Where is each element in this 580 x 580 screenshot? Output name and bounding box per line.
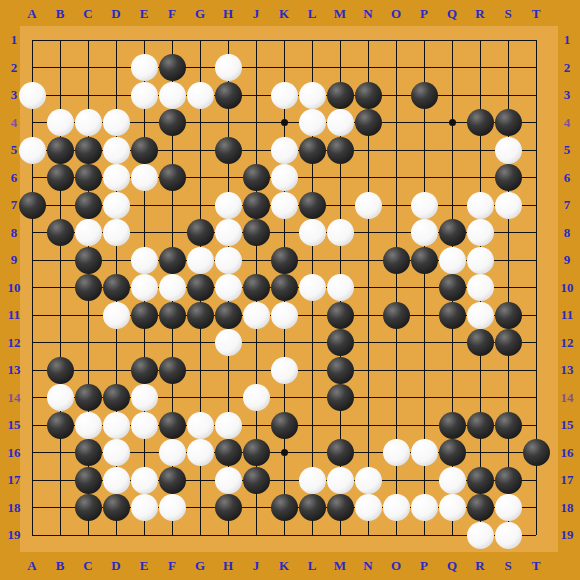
row-label-left-13: 13: [0, 362, 28, 378]
col-label-top-E: E: [130, 6, 158, 22]
stone-white-F3: [159, 82, 186, 109]
stone-white-K5: [271, 137, 298, 164]
row-label-right-14: 14: [553, 390, 580, 406]
stone-white-G16: [187, 439, 214, 466]
stone-white-R9: [467, 247, 494, 274]
col-label-bottom-N: N: [354, 558, 382, 574]
col-label-bottom-H: H: [214, 558, 242, 574]
stone-black-Q16: [439, 439, 466, 466]
stone-black-P3: [411, 82, 438, 109]
stone-black-K9: [271, 247, 298, 274]
stone-white-D6: [103, 164, 130, 191]
stone-white-H12: [215, 329, 242, 356]
row-label-right-18: 18: [553, 500, 580, 516]
stone-black-T16: [523, 439, 550, 466]
stone-black-C17: [75, 467, 102, 494]
stone-black-F11: [159, 302, 186, 329]
stone-black-E5: [131, 137, 158, 164]
stone-black-C16: [75, 439, 102, 466]
stone-black-S4: [495, 109, 522, 136]
stone-black-C14: [75, 384, 102, 411]
stone-black-F15: [159, 412, 186, 439]
col-label-top-F: F: [158, 6, 186, 22]
col-label-top-A: A: [18, 6, 46, 22]
stone-black-D18: [103, 494, 130, 521]
row-label-right-1: 1: [553, 32, 580, 48]
col-label-bottom-R: R: [466, 558, 494, 574]
stone-white-L17: [299, 467, 326, 494]
stone-white-D8: [103, 219, 130, 246]
stone-black-F2: [159, 54, 186, 81]
stone-black-M16: [327, 439, 354, 466]
row-label-left-8: 8: [0, 225, 28, 241]
stone-black-G11: [187, 302, 214, 329]
stone-black-S6: [495, 164, 522, 191]
row-label-right-3: 3: [553, 87, 580, 103]
stone-white-R10: [467, 274, 494, 301]
star-point: [449, 119, 456, 126]
stone-white-H15: [215, 412, 242, 439]
stone-white-B14: [47, 384, 74, 411]
stone-white-C15: [75, 412, 102, 439]
col-label-bottom-L: L: [298, 558, 326, 574]
stone-white-S18: [495, 494, 522, 521]
stone-white-G3: [187, 82, 214, 109]
stone-white-R8: [467, 219, 494, 246]
stone-black-G8: [187, 219, 214, 246]
stone-black-K10: [271, 274, 298, 301]
col-label-bottom-A: A: [18, 558, 46, 574]
stone-white-E18: [131, 494, 158, 521]
stone-white-M4: [327, 109, 354, 136]
stone-black-O9: [383, 247, 410, 274]
col-label-bottom-O: O: [382, 558, 410, 574]
stone-black-J16: [243, 439, 270, 466]
stone-white-Q9: [439, 247, 466, 274]
stone-white-M10: [327, 274, 354, 301]
stone-white-P16: [411, 439, 438, 466]
col-label-top-O: O: [382, 6, 410, 22]
stone-white-E9: [131, 247, 158, 274]
stone-black-S11: [495, 302, 522, 329]
stone-white-E10: [131, 274, 158, 301]
stone-black-M13: [327, 357, 354, 384]
col-label-bottom-J: J: [242, 558, 270, 574]
stone-black-E11: [131, 302, 158, 329]
col-label-top-S: S: [494, 6, 522, 22]
row-label-right-17: 17: [553, 472, 580, 488]
row-label-left-18: 18: [0, 500, 28, 516]
stone-black-R17: [467, 467, 494, 494]
stone-black-Q10: [439, 274, 466, 301]
row-label-right-6: 6: [553, 170, 580, 186]
stone-black-B5: [47, 137, 74, 164]
row-label-right-11: 11: [553, 307, 580, 323]
row-label-left-12: 12: [0, 335, 28, 351]
stone-white-B4: [47, 109, 74, 136]
row-label-right-5: 5: [553, 142, 580, 158]
col-label-top-Q: Q: [438, 6, 466, 22]
stone-white-H8: [215, 219, 242, 246]
col-label-top-H: H: [214, 6, 242, 22]
row-label-left-7: 7: [0, 197, 28, 213]
stone-white-F18: [159, 494, 186, 521]
stone-white-H9: [215, 247, 242, 274]
col-label-top-J: J: [242, 6, 270, 22]
stone-black-F4: [159, 109, 186, 136]
col-label-top-M: M: [326, 6, 354, 22]
stone-white-C4: [75, 109, 102, 136]
stone-black-Q11: [439, 302, 466, 329]
stone-black-F17: [159, 467, 186, 494]
col-label-top-R: R: [466, 6, 494, 22]
row-label-left-2: 2: [0, 60, 28, 76]
stone-white-D15: [103, 412, 130, 439]
grid-line-h: [32, 535, 536, 536]
stone-black-F9: [159, 247, 186, 274]
stone-white-F10: [159, 274, 186, 301]
stone-white-J11: [243, 302, 270, 329]
stone-black-J8: [243, 219, 270, 246]
stone-black-N4: [355, 109, 382, 136]
stone-white-R11: [467, 302, 494, 329]
stone-black-C7: [75, 192, 102, 219]
stone-black-S12: [495, 329, 522, 356]
stone-white-K11: [271, 302, 298, 329]
row-label-right-2: 2: [553, 60, 580, 76]
row-label-right-10: 10: [553, 280, 580, 296]
stone-black-P9: [411, 247, 438, 274]
go-app-window: AABBCCDDEEFFGGHHJJKKLLMMNNOOPPQQRRSSTT11…: [0, 0, 580, 580]
col-label-bottom-F: F: [158, 558, 186, 574]
star-point: [281, 119, 288, 126]
row-label-right-15: 15: [553, 417, 580, 433]
stone-black-J10: [243, 274, 270, 301]
stone-black-M11: [327, 302, 354, 329]
stone-black-H18: [215, 494, 242, 521]
stone-black-B8: [47, 219, 74, 246]
row-label-right-8: 8: [553, 225, 580, 241]
stone-white-H17: [215, 467, 242, 494]
row-label-left-1: 1: [0, 32, 28, 48]
row-label-left-10: 10: [0, 280, 28, 296]
col-label-bottom-D: D: [102, 558, 130, 574]
stone-white-O18: [383, 494, 410, 521]
col-label-bottom-E: E: [130, 558, 158, 574]
col-label-top-P: P: [410, 6, 438, 22]
stone-white-K6: [271, 164, 298, 191]
row-label-right-19: 19: [553, 527, 580, 543]
stone-black-C18: [75, 494, 102, 521]
stone-white-L10: [299, 274, 326, 301]
stone-black-B15: [47, 412, 74, 439]
stone-white-P7: [411, 192, 438, 219]
row-label-right-13: 13: [553, 362, 580, 378]
stone-black-B13: [47, 357, 74, 384]
row-label-left-3: 3: [0, 87, 28, 103]
stone-white-D11: [103, 302, 130, 329]
stone-white-C8: [75, 219, 102, 246]
row-label-right-16: 16: [553, 445, 580, 461]
stone-white-E2: [131, 54, 158, 81]
stone-white-S7: [495, 192, 522, 219]
row-label-left-14: 14: [0, 390, 28, 406]
stone-black-H16: [215, 439, 242, 466]
stone-white-P18: [411, 494, 438, 521]
stone-white-Q18: [439, 494, 466, 521]
stone-black-J17: [243, 467, 270, 494]
stone-white-H10: [215, 274, 242, 301]
stone-white-M8: [327, 219, 354, 246]
stone-white-R7: [467, 192, 494, 219]
stone-white-H2: [215, 54, 242, 81]
stone-black-J7: [243, 192, 270, 219]
stone-white-O16: [383, 439, 410, 466]
row-label-left-9: 9: [0, 252, 28, 268]
stone-white-E6: [131, 164, 158, 191]
stone-white-L3: [299, 82, 326, 109]
stone-white-L4: [299, 109, 326, 136]
col-label-bottom-S: S: [494, 558, 522, 574]
stone-black-K18: [271, 494, 298, 521]
row-label-left-15: 15: [0, 417, 28, 433]
stone-black-F13: [159, 357, 186, 384]
stone-white-L8: [299, 219, 326, 246]
stone-black-F6: [159, 164, 186, 191]
stone-black-L5: [299, 137, 326, 164]
stone-white-S19: [495, 522, 522, 549]
stone-white-N17: [355, 467, 382, 494]
row-label-right-12: 12: [553, 335, 580, 351]
col-label-top-N: N: [354, 6, 382, 22]
stone-white-D17: [103, 467, 130, 494]
row-label-left-4: 4: [0, 115, 28, 131]
row-label-left-6: 6: [0, 170, 28, 186]
grid-line-h: [32, 342, 536, 343]
stone-white-N7: [355, 192, 382, 219]
stone-white-D7: [103, 192, 130, 219]
row-label-right-7: 7: [553, 197, 580, 213]
stone-white-S5: [495, 137, 522, 164]
col-label-top-T: T: [522, 6, 550, 22]
stone-black-M12: [327, 329, 354, 356]
col-label-bottom-P: P: [410, 558, 438, 574]
stone-black-L7: [299, 192, 326, 219]
stone-black-R4: [467, 109, 494, 136]
stone-black-S17: [495, 467, 522, 494]
stone-white-K7: [271, 192, 298, 219]
col-label-bottom-G: G: [186, 558, 214, 574]
row-label-right-4: 4: [553, 115, 580, 131]
stone-white-M17: [327, 467, 354, 494]
stone-white-G9: [187, 247, 214, 274]
stone-black-L18: [299, 494, 326, 521]
stone-black-D10: [103, 274, 130, 301]
stone-white-K13: [271, 357, 298, 384]
col-label-bottom-Q: Q: [438, 558, 466, 574]
stone-black-J6: [243, 164, 270, 191]
stone-black-M3: [327, 82, 354, 109]
col-label-top-C: C: [74, 6, 102, 22]
row-label-left-19: 19: [0, 527, 28, 543]
row-label-left-11: 11: [0, 307, 28, 323]
stone-black-C5: [75, 137, 102, 164]
stone-white-E14: [131, 384, 158, 411]
stone-white-G15: [187, 412, 214, 439]
stone-black-N3: [355, 82, 382, 109]
stone-black-B6: [47, 164, 74, 191]
stone-black-O11: [383, 302, 410, 329]
col-label-bottom-B: B: [46, 558, 74, 574]
stone-black-H3: [215, 82, 242, 109]
stone-white-D16: [103, 439, 130, 466]
col-label-top-G: G: [186, 6, 214, 22]
stone-white-J14: [243, 384, 270, 411]
row-label-right-9: 9: [553, 252, 580, 268]
stone-black-Q15: [439, 412, 466, 439]
stone-black-M5: [327, 137, 354, 164]
stone-white-P8: [411, 219, 438, 246]
col-label-top-B: B: [46, 6, 74, 22]
stone-white-E3: [131, 82, 158, 109]
stone-black-C9: [75, 247, 102, 274]
col-label-top-D: D: [102, 6, 130, 22]
stone-white-N18: [355, 494, 382, 521]
star-point: [281, 449, 288, 456]
stone-white-R19: [467, 522, 494, 549]
col-label-bottom-M: M: [326, 558, 354, 574]
stone-black-C6: [75, 164, 102, 191]
stone-black-S15: [495, 412, 522, 439]
col-label-top-K: K: [270, 6, 298, 22]
stone-black-R12: [467, 329, 494, 356]
stone-white-D4: [103, 109, 130, 136]
stone-black-M14: [327, 384, 354, 411]
stone-white-D5: [103, 137, 130, 164]
row-label-left-16: 16: [0, 445, 28, 461]
stone-white-F16: [159, 439, 186, 466]
stone-black-D14: [103, 384, 130, 411]
stone-black-E13: [131, 357, 158, 384]
col-label-bottom-K: K: [270, 558, 298, 574]
stone-white-Q17: [439, 467, 466, 494]
col-label-bottom-T: T: [522, 558, 550, 574]
stone-white-K3: [271, 82, 298, 109]
stone-white-E15: [131, 412, 158, 439]
row-label-left-5: 5: [0, 142, 28, 158]
row-label-left-17: 17: [0, 472, 28, 488]
stone-white-E17: [131, 467, 158, 494]
stone-black-H5: [215, 137, 242, 164]
stone-white-H7: [215, 192, 242, 219]
col-label-bottom-C: C: [74, 558, 102, 574]
stone-black-H11: [215, 302, 242, 329]
stone-black-Q8: [439, 219, 466, 246]
stone-black-M18: [327, 494, 354, 521]
col-label-top-L: L: [298, 6, 326, 22]
stone-black-R18: [467, 494, 494, 521]
stone-black-R15: [467, 412, 494, 439]
stone-black-K15: [271, 412, 298, 439]
stone-black-C10: [75, 274, 102, 301]
stone-black-G10: [187, 274, 214, 301]
